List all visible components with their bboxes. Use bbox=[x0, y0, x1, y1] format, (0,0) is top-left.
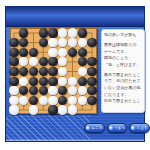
white-stone bbox=[9, 96, 18, 105]
skip-button[interactable]: とばす bbox=[129, 123, 150, 133]
window-bottom-bevel bbox=[6, 139, 144, 141]
white-stone bbox=[78, 96, 87, 105]
black-stone bbox=[39, 38, 48, 47]
white-stone bbox=[78, 67, 87, 76]
diagonal-stripe-decoration bbox=[6, 115, 90, 141]
lesson-line: 囲碁は陣地取りの bbox=[104, 42, 144, 49]
white-stone bbox=[39, 96, 48, 105]
back-button[interactable]: もどる bbox=[84, 123, 105, 133]
tutorial-window: 地の多い方が勝ち囲碁は陣地取りのゲームです。陣地のことを、「地」と呼びます。黒石… bbox=[5, 6, 145, 142]
black-stone bbox=[29, 48, 38, 57]
black-stone bbox=[78, 77, 87, 86]
white-stone bbox=[58, 105, 67, 114]
next-button-icon bbox=[109, 126, 113, 130]
black-stone bbox=[29, 96, 38, 105]
white-stone bbox=[9, 105, 18, 114]
black-stone bbox=[48, 67, 57, 76]
black-stone bbox=[9, 48, 18, 57]
black-stone bbox=[39, 67, 48, 76]
black-stone bbox=[78, 28, 87, 37]
lesson-line: 「地」と呼びます。 bbox=[104, 62, 144, 69]
white-stone bbox=[19, 77, 28, 86]
black-stone bbox=[39, 77, 48, 86]
black-stone bbox=[87, 86, 96, 95]
black-stone bbox=[48, 57, 57, 66]
back-button-icon bbox=[86, 126, 90, 130]
black-stone bbox=[48, 28, 57, 37]
white-stone bbox=[78, 38, 87, 47]
back-button-label: もどる bbox=[91, 126, 103, 130]
white-stone bbox=[58, 28, 67, 37]
next-button-label: つぎへ bbox=[114, 126, 126, 130]
lesson-line: 白石で囲まれたとこ bbox=[104, 98, 144, 105]
black-stone bbox=[9, 38, 18, 47]
main-area: 地の多い方が勝ち囲碁は陣地取りのゲームです。陣地のことを、「地」と呼びます。黒石… bbox=[6, 27, 144, 141]
black-stone bbox=[87, 57, 96, 66]
white-stone bbox=[68, 96, 77, 105]
lesson-line: いない交点が黒の地 bbox=[104, 85, 144, 92]
lesson-line: ゲームです。 bbox=[104, 49, 144, 56]
black-stone bbox=[29, 77, 38, 86]
white-stone bbox=[58, 77, 67, 86]
nav-button-row: もどる つぎへ とばす bbox=[84, 123, 146, 134]
skip-button-icon bbox=[131, 126, 135, 130]
black-stone bbox=[48, 105, 57, 114]
black-stone bbox=[68, 48, 77, 57]
lesson-text-panel: 地の多い方が勝ち囲碁は陣地取りのゲームです。陣地のことを、「地」と呼びます。黒石… bbox=[101, 29, 145, 113]
title-bar bbox=[6, 7, 144, 27]
lesson-line: 地の多い方が勝ち bbox=[104, 32, 144, 39]
white-stone bbox=[48, 96, 57, 105]
black-stone bbox=[87, 67, 96, 76]
lesson-line: になります。 bbox=[104, 92, 144, 99]
black-stone bbox=[9, 67, 18, 76]
black-stone bbox=[78, 48, 87, 57]
white-stone bbox=[68, 28, 77, 37]
next-button[interactable]: つぎへ bbox=[107, 123, 128, 133]
black-stone bbox=[48, 77, 57, 86]
black-stone bbox=[87, 38, 96, 47]
white-stone bbox=[48, 48, 57, 57]
white-stone bbox=[68, 105, 77, 114]
white-stone bbox=[48, 38, 57, 47]
lesson-line: 陣地のことを、 bbox=[104, 55, 144, 62]
black-stone bbox=[87, 77, 96, 86]
black-stone bbox=[9, 77, 18, 86]
black-stone bbox=[9, 57, 18, 66]
lesson-line: ろで、石の打たれて bbox=[104, 78, 144, 85]
white-stone bbox=[29, 105, 38, 114]
black-stone bbox=[19, 28, 28, 37]
white-stone bbox=[9, 86, 18, 95]
black-stone bbox=[39, 28, 48, 37]
lesson-line: 黒石で囲まれたとこ bbox=[104, 72, 144, 79]
white-stone bbox=[48, 86, 57, 95]
go-board[interactable] bbox=[10, 28, 97, 114]
black-stone bbox=[87, 96, 96, 105]
white-stone bbox=[68, 77, 77, 86]
skip-button-label: とばす bbox=[136, 126, 148, 130]
